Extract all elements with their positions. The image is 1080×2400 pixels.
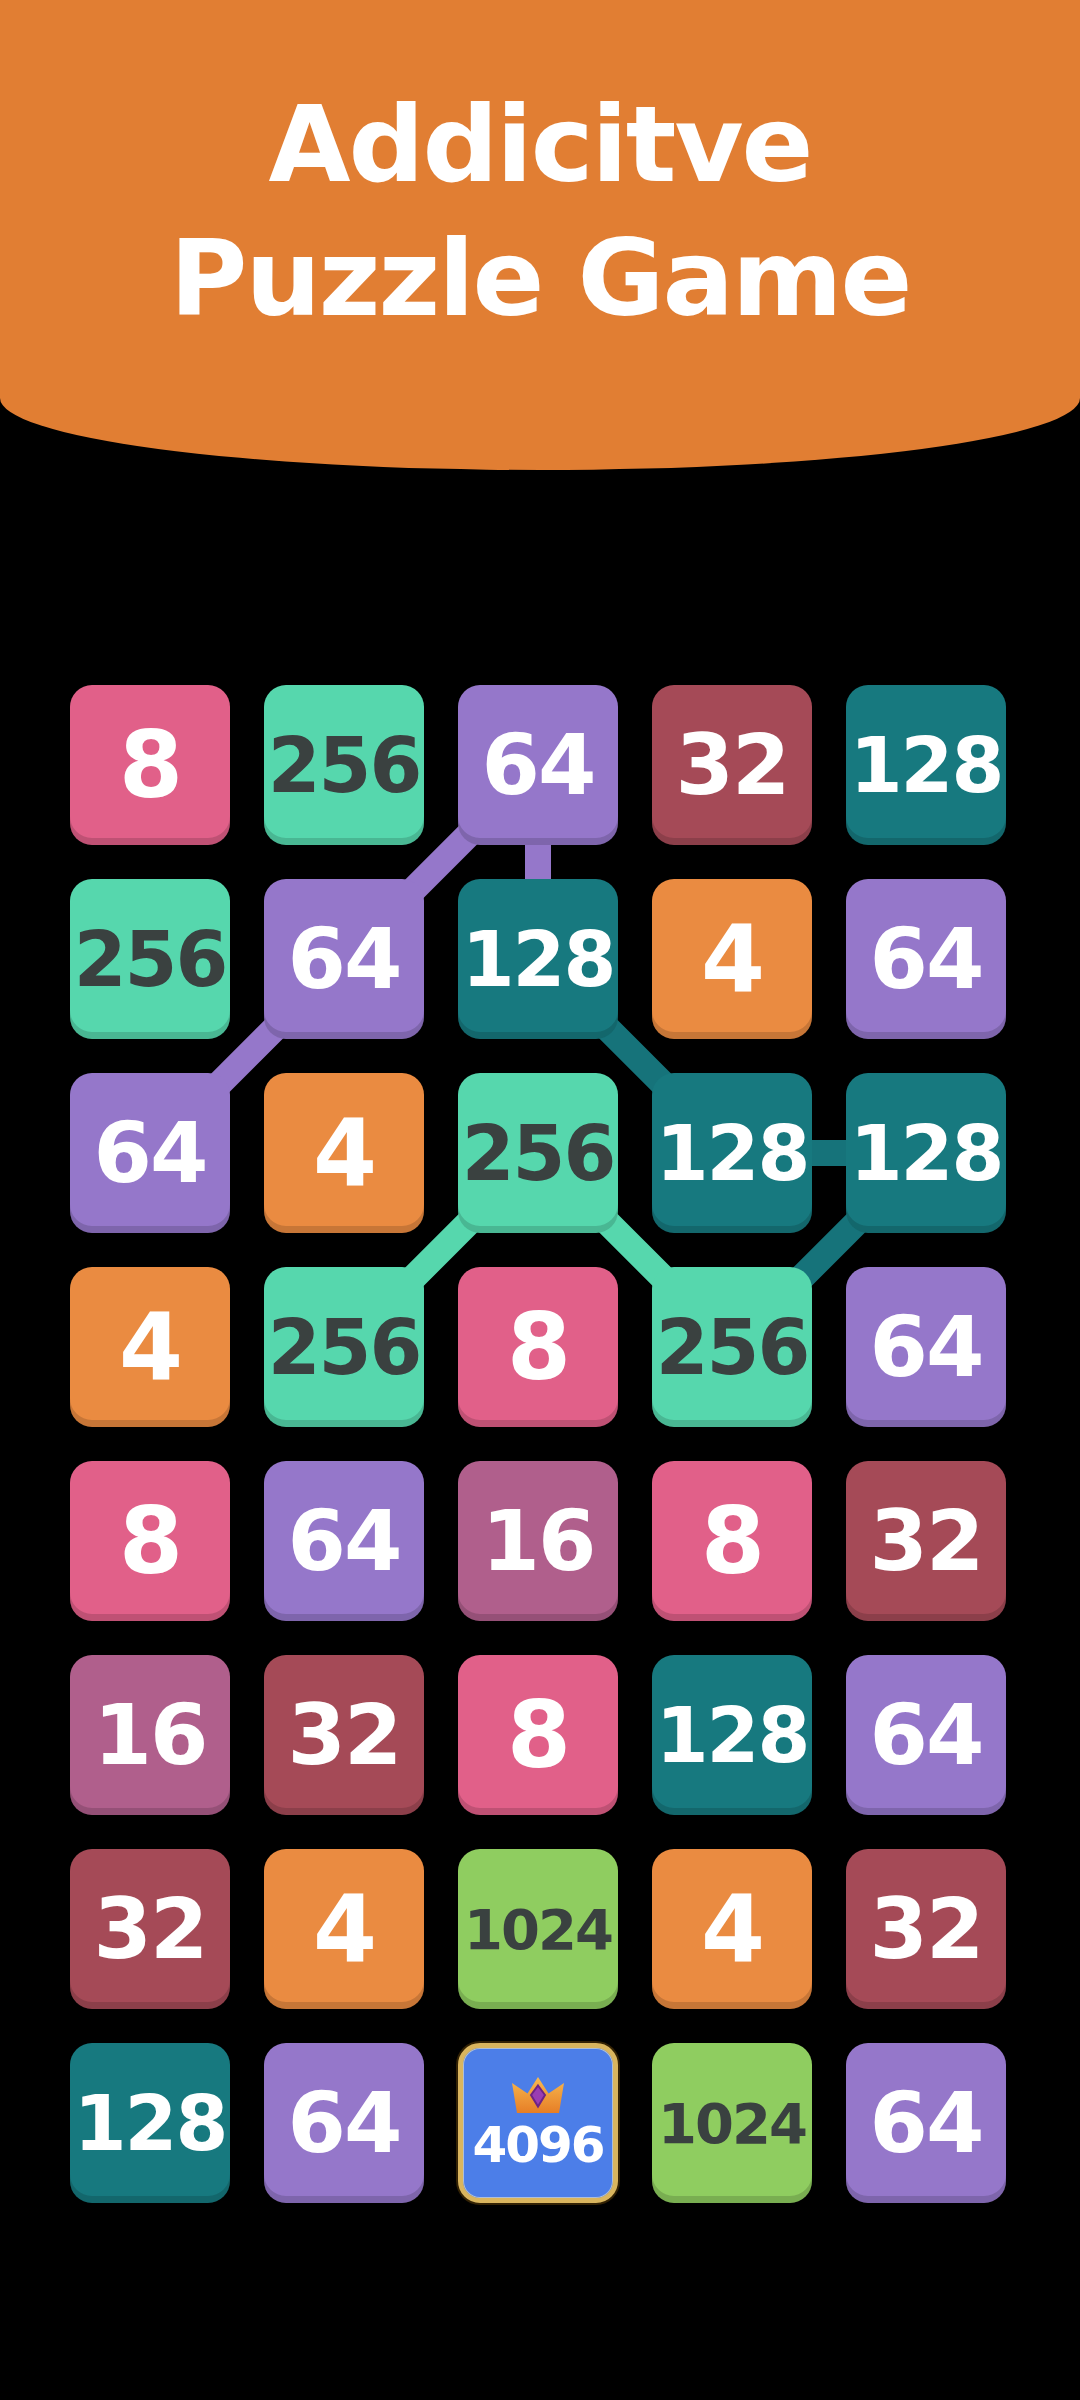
tile-value: 256 xyxy=(656,1303,809,1392)
tile-value: 16 xyxy=(94,1686,207,1784)
tile-value: 128 xyxy=(850,721,1003,810)
tile-r7c5[interactable]: 32 xyxy=(846,1849,1006,2009)
tile-r1c1[interactable]: 8 xyxy=(70,685,230,845)
tile-value: 4 xyxy=(119,1294,181,1401)
tile-value: 32 xyxy=(676,716,789,814)
tile-value: 32 xyxy=(288,1686,401,1784)
tile-value: 4 xyxy=(313,1100,375,1207)
tile-value: 8 xyxy=(701,1488,763,1595)
tile-r2c3[interactable]: 128 xyxy=(458,879,618,1039)
tile-value: 256 xyxy=(268,721,421,810)
tile-r3c3[interactable]: 256 xyxy=(458,1073,618,1233)
tile-r8c4[interactable]: 1024 xyxy=(652,2043,812,2203)
tile-value: 128 xyxy=(850,1109,1003,1198)
app-title: Addicitve Puzzle Game xyxy=(0,78,1080,345)
tile-value: 128 xyxy=(74,2079,227,2168)
tile-value: 64 xyxy=(288,2074,401,2172)
tile-r3c5[interactable]: 128 xyxy=(846,1073,1006,1233)
tile-value: 64 xyxy=(482,716,595,814)
game-board: 8256643212825664128464644256128128425682… xyxy=(70,685,1006,2203)
tile-value: 4 xyxy=(701,906,763,1013)
tile-value: 16 xyxy=(482,1492,595,1590)
tile-value: 128 xyxy=(462,915,615,1004)
tile-r5c3[interactable]: 16 xyxy=(458,1461,618,1621)
tile-value: 256 xyxy=(462,1109,615,1198)
tile-r6c1[interactable]: 16 xyxy=(70,1655,230,1815)
tile-value: 8 xyxy=(119,712,181,819)
tile-r6c4[interactable]: 128 xyxy=(652,1655,812,1815)
tile-r8c1[interactable]: 128 xyxy=(70,2043,230,2203)
tile-r3c4[interactable]: 128 xyxy=(652,1073,812,1233)
tile-r7c1[interactable]: 32 xyxy=(70,1849,230,2009)
tile-r6c3[interactable]: 8 xyxy=(458,1655,618,1815)
tile-r7c3[interactable]: 1024 xyxy=(458,1849,618,2009)
tile-r1c3[interactable]: 64 xyxy=(458,685,618,845)
tile-value: 8 xyxy=(507,1294,569,1401)
tile-r4c3[interactable]: 8 xyxy=(458,1267,618,1427)
tile-value: 64 xyxy=(94,1104,207,1202)
tile-r2c1[interactable]: 256 xyxy=(70,879,230,1039)
tile-r5c5[interactable]: 32 xyxy=(846,1461,1006,1621)
tile-value: 1024 xyxy=(464,1897,612,1962)
tile-value: 4 xyxy=(313,1876,375,1983)
tile-value: 1024 xyxy=(658,2091,806,2156)
tile-r5c2[interactable]: 64 xyxy=(264,1461,424,1621)
tile-r3c1[interactable]: 64 xyxy=(70,1073,230,1233)
tile-r3c2[interactable]: 4 xyxy=(264,1073,424,1233)
tile-value: 8 xyxy=(119,1488,181,1595)
tile-r7c2[interactable]: 4 xyxy=(264,1849,424,2009)
tile-r8c2[interactable]: 64 xyxy=(264,2043,424,2203)
tile-r2c4[interactable]: 4 xyxy=(652,879,812,1039)
tile-r1c2[interactable]: 256 xyxy=(264,685,424,845)
tile-r8c5[interactable]: 64 xyxy=(846,2043,1006,2203)
tile-r5c4[interactable]: 8 xyxy=(652,1461,812,1621)
tile-value: 128 xyxy=(656,1109,809,1198)
tile-value: 64 xyxy=(288,1492,401,1590)
tile-value: 4096 xyxy=(472,2116,603,2174)
app-title-line1: Addicitve xyxy=(269,83,812,206)
tile-value: 8 xyxy=(507,1682,569,1789)
tile-r7c4[interactable]: 4 xyxy=(652,1849,812,2009)
screen: Addicitve Puzzle Game 825664321282566412… xyxy=(0,0,1080,2400)
tile-r5c1[interactable]: 8 xyxy=(70,1461,230,1621)
tile-value: 64 xyxy=(870,1298,983,1396)
tile-value: 32 xyxy=(870,1492,983,1590)
tile-r4c1[interactable]: 4 xyxy=(70,1267,230,1427)
tile-value: 32 xyxy=(94,1880,207,1978)
tile-value: 128 xyxy=(656,1691,809,1780)
tile-r4c5[interactable]: 64 xyxy=(846,1267,1006,1427)
tile-r6c2[interactable]: 32 xyxy=(264,1655,424,1815)
tile-value: 64 xyxy=(870,2074,983,2172)
tile-value: 256 xyxy=(74,915,227,1004)
tile-r4c4[interactable]: 256 xyxy=(652,1267,812,1427)
tile-r8c3[interactable]: 4096 xyxy=(458,2043,618,2203)
tile-value: 4 xyxy=(701,1876,763,1983)
crown-icon xyxy=(509,2074,567,2116)
tile-r1c5[interactable]: 128 xyxy=(846,685,1006,845)
tile-r4c2[interactable]: 256 xyxy=(264,1267,424,1427)
tile-value: 64 xyxy=(870,910,983,1008)
tile-value: 32 xyxy=(870,1880,983,1978)
tile-r6c5[interactable]: 64 xyxy=(846,1655,1006,1815)
tile-value: 64 xyxy=(288,910,401,1008)
tile-value: 256 xyxy=(268,1303,421,1392)
tile-r2c2[interactable]: 64 xyxy=(264,879,424,1039)
tile-r2c5[interactable]: 64 xyxy=(846,879,1006,1039)
tile-r1c4[interactable]: 32 xyxy=(652,685,812,845)
tile-value: 64 xyxy=(870,1686,983,1784)
app-title-line2: Puzzle Game xyxy=(170,217,911,340)
header-banner: Addicitve Puzzle Game xyxy=(0,0,1080,470)
